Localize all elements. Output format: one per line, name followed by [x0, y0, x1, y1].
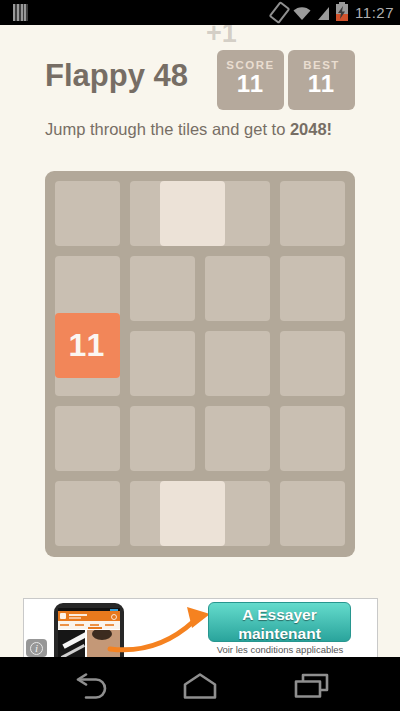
tagline: Jump through the tiles and get to 2048! [45, 120, 357, 139]
game-board[interactable]: 11 [45, 171, 355, 557]
best-box: BEST 11 [288, 50, 355, 110]
board-cell [55, 406, 120, 471]
ad-banner[interactable]: A Essayer maintenant Voir les conditions… [23, 598, 378, 658]
ad-disclaimer: Voir les conditions applicables [200, 644, 360, 655]
board-cell [130, 406, 195, 471]
back-icon[interactable] [70, 673, 112, 699]
score-box: SCORE 11 [217, 50, 284, 110]
signal-icon [316, 5, 331, 21]
wifi-icon [292, 5, 312, 21]
clock: 11:27 [355, 4, 394, 21]
board-cell [205, 331, 270, 396]
board-cell [130, 331, 195, 396]
board-cell [280, 481, 345, 546]
tagline-text: Jump through the tiles and get to [45, 120, 290, 138]
board-cell [55, 481, 120, 546]
best-value: 11 [288, 71, 355, 97]
board-cell [280, 406, 345, 471]
android-status-bar: 11:27 [0, 0, 400, 25]
board-cell [280, 256, 345, 321]
battery-charging-icon [336, 4, 348, 21]
notification-stripes-icon [13, 4, 28, 21]
board-cell [55, 256, 120, 321]
home-icon[interactable] [178, 673, 222, 699]
tile-light-bottom [160, 481, 225, 546]
tagline-goal: 2048! [290, 120, 332, 138]
score-value: 11 [217, 71, 284, 97]
tile-player-11: 11 [55, 313, 120, 378]
vibrate-icon [269, 1, 291, 24]
ad-info-icon[interactable]: i [26, 639, 47, 657]
tile-light-top [160, 181, 225, 246]
ad-cta-button[interactable]: A Essayer maintenant [208, 602, 351, 642]
app-screen: +1 11:27 Flappy 48 SCORE 11 BEST 11 Jump… [0, 0, 400, 711]
board-cell [280, 331, 345, 396]
recents-icon[interactable] [291, 673, 333, 699]
page-title: Flappy 48 [45, 58, 188, 94]
board-cell [205, 256, 270, 321]
ad-cta-line1: A Essayer [209, 605, 350, 624]
board-cell [280, 181, 345, 246]
board-cell [55, 181, 120, 246]
android-nav-bar [0, 657, 400, 711]
board-cell [205, 406, 270, 471]
board-cell [130, 256, 195, 321]
ad-cta-line2: maintenant [209, 624, 350, 643]
